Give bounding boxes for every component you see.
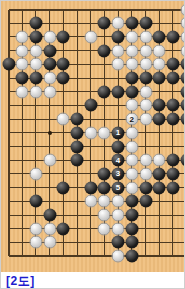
black-stone [125, 72, 138, 85]
white-stone [43, 85, 56, 98]
black-stone [16, 72, 29, 85]
go-diagram-screenshot: 21435 [2도] [0, 0, 185, 289]
black-stone [43, 209, 56, 222]
black-stone [125, 195, 138, 208]
white-stone [112, 222, 125, 235]
black-stone [71, 113, 84, 126]
black-stone [153, 113, 166, 126]
white-stone [125, 44, 138, 57]
black-stone [43, 58, 56, 71]
go-board[interactable]: 21435 [1, 1, 185, 272]
white-stone [139, 30, 152, 43]
black-stone [166, 99, 179, 112]
white-stone [125, 99, 138, 112]
numbered-stone-3: 3 [112, 167, 125, 180]
black-stone [29, 17, 42, 30]
black-stone [112, 236, 125, 249]
black-stone [139, 72, 152, 85]
white-stone [29, 222, 42, 235]
black-stone [43, 44, 56, 57]
white-stone [139, 99, 152, 112]
black-stone [166, 30, 179, 43]
white-stone [84, 195, 97, 208]
white-stone [16, 85, 29, 98]
black-stone [166, 181, 179, 194]
white-stone [125, 58, 138, 71]
numbered-stone-5: 5 [112, 181, 125, 194]
black-stone [71, 140, 84, 153]
white-stone [139, 85, 152, 98]
white-stone [43, 236, 56, 249]
black-stone [2, 58, 15, 71]
white-stone [29, 85, 42, 98]
numbered-stone-1: 1 [112, 126, 125, 139]
white-stone [125, 167, 138, 180]
white-stone [98, 222, 111, 235]
white-stone [98, 195, 111, 208]
black-stone [153, 181, 166, 194]
grid-line-vertical [8, 10, 10, 257]
black-stone [98, 17, 111, 30]
white-stone [125, 30, 138, 43]
grid-line-vertical [63, 10, 64, 257]
black-stone [98, 44, 111, 57]
black-stone [112, 85, 125, 98]
black-stone [29, 195, 42, 208]
black-stone [125, 222, 138, 235]
black-stone [125, 209, 138, 222]
black-stone [125, 250, 138, 263]
black-stone [84, 181, 97, 194]
white-stone [29, 167, 42, 180]
numbered-stone-2: 2 [125, 113, 138, 126]
grid-line-vertical [172, 10, 173, 257]
white-stone [125, 181, 138, 194]
black-stone [166, 72, 179, 85]
black-stone [153, 30, 166, 43]
black-stone [57, 30, 70, 43]
black-stone [166, 167, 179, 180]
black-stone [153, 99, 166, 112]
white-stone [139, 58, 152, 71]
white-stone [112, 58, 125, 71]
white-stone [112, 195, 125, 208]
white-stone [29, 236, 42, 249]
black-stone [57, 72, 70, 85]
caption-bar: [2도] [1, 272, 185, 289]
white-stone [84, 30, 97, 43]
black-stone [166, 58, 179, 71]
black-stone [166, 154, 179, 167]
black-stone [57, 181, 70, 194]
black-stone [125, 236, 138, 249]
black-stone [139, 181, 152, 194]
white-stone [153, 58, 166, 71]
black-stone [57, 58, 70, 71]
white-stone [16, 44, 29, 57]
numbered-stone-4: 4 [112, 154, 125, 167]
white-stone [57, 113, 70, 126]
black-stone [139, 195, 152, 208]
white-stone [16, 58, 29, 71]
black-stone [71, 126, 84, 139]
black-stone [98, 181, 111, 194]
black-stone [29, 72, 42, 85]
black-stone [112, 30, 125, 43]
black-stone [98, 167, 111, 180]
white-stone [43, 72, 56, 85]
black-stone [153, 72, 166, 85]
black-stone [29, 30, 42, 43]
white-stone [98, 209, 111, 222]
black-stone [125, 17, 138, 30]
white-stone [125, 154, 138, 167]
black-stone [166, 113, 179, 126]
white-stone [153, 154, 166, 167]
star-point [48, 131, 52, 135]
black-stone [112, 140, 125, 153]
white-stone [139, 44, 152, 57]
black-stone [139, 17, 152, 30]
white-stone [43, 222, 56, 235]
black-stone [71, 154, 84, 167]
white-stone [84, 126, 97, 139]
white-stone [112, 250, 125, 263]
black-stone [153, 167, 166, 180]
white-stone [16, 30, 29, 43]
white-stone [139, 167, 152, 180]
white-stone [29, 44, 42, 57]
black-stone [98, 85, 111, 98]
black-stone [125, 85, 138, 98]
black-stone [84, 99, 97, 112]
white-stone [125, 126, 138, 139]
diagram-caption: [2도] [6, 273, 35, 289]
white-stone [29, 58, 42, 71]
white-stone [112, 44, 125, 57]
white-stone [112, 17, 125, 30]
white-stone [153, 44, 166, 57]
white-stone [98, 126, 111, 139]
white-stone [139, 154, 152, 167]
black-stone [57, 222, 70, 235]
white-stone [125, 140, 138, 153]
white-stone [43, 154, 56, 167]
white-stone [43, 30, 56, 43]
white-stone [139, 113, 152, 126]
white-stone [112, 209, 125, 222]
